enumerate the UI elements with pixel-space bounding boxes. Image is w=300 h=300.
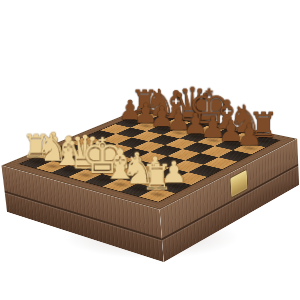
chess-box: ♜♞♝♛♚♝♞♜♟♟♟♟♟♟♟♟♟♟♟♟♟♟♟♟♜♞♝♛♚♝♞♜ xyxy=(1,107,297,209)
piece-shadow xyxy=(237,144,262,151)
piece-shadow xyxy=(144,190,170,199)
chess-set-product-photo: ♜♞♝♛♚♝♞♜♟♟♟♟♟♟♟♟♟♟♟♟♟♟♟♟♜♞♝♛♚♝♞♜ xyxy=(0,0,300,300)
piece-shadow xyxy=(161,182,187,191)
